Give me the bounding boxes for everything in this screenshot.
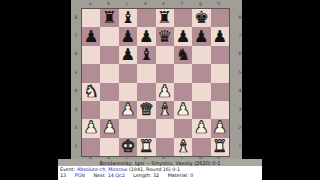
- file-labels-top: abcdefgh: [81, 1, 228, 7]
- piece-black-pawn[interactable]: ♟: [212, 27, 227, 45]
- square-h8[interactable]: [211, 9, 229, 27]
- square-f1[interactable]: ♝: [174, 138, 192, 156]
- square-f7[interactable]: ♟: [174, 27, 192, 45]
- piece-white-bishop[interactable]: ♝: [157, 101, 172, 119]
- piece-black-pawn[interactable]: ♟: [176, 27, 191, 45]
- square-g6[interactable]: [192, 46, 210, 64]
- file-label-c: c: [118, 1, 136, 7]
- piece-white-pawn[interactable]: ♟: [157, 83, 172, 101]
- square-f2[interactable]: [174, 119, 192, 137]
- square-d8[interactable]: [137, 9, 155, 27]
- square-g1[interactable]: [192, 138, 210, 156]
- square-d2[interactable]: [137, 119, 155, 137]
- square-h1[interactable]: ♜: [211, 138, 229, 156]
- file-label-f: f: [173, 1, 191, 7]
- status-row: 13 PGN Next: 14.Qc2 Length: 32 Material:…: [60, 173, 260, 178]
- square-c1[interactable]: ♚: [119, 138, 137, 156]
- square-c4[interactable]: [119, 83, 137, 101]
- game-title-bar: Bondarevsky, Igor -- Smyslov, Vassily (2…: [58, 159, 262, 166]
- square-h6[interactable]: [211, 46, 229, 64]
- rank-labels-right: 87654321: [236, 8, 244, 155]
- square-c6[interactable]: ♟: [119, 46, 137, 64]
- piece-black-rook[interactable]: ♜: [102, 9, 117, 27]
- rank-label-4: 4: [236, 82, 244, 100]
- square-a4[interactable]: ♞: [82, 83, 100, 101]
- file-label-a: a: [81, 1, 99, 7]
- rank-label-3: 3: [72, 100, 80, 118]
- rank-label-6: 6: [236, 45, 244, 63]
- file-label-b: b: [99, 1, 117, 7]
- square-b4[interactable]: [100, 83, 118, 101]
- piece-white-pawn[interactable]: ♟: [102, 119, 117, 137]
- piece-white-rook[interactable]: ♜: [212, 138, 227, 156]
- square-a7[interactable]: ♟: [82, 27, 100, 45]
- piece-black-pawn[interactable]: ♟: [194, 27, 209, 45]
- square-g3[interactable]: [192, 101, 210, 119]
- square-e5[interactable]: [156, 64, 174, 82]
- square-e4[interactable]: ♟: [156, 83, 174, 101]
- square-a8[interactable]: [82, 9, 100, 27]
- rank-label-2: 2: [72, 118, 80, 136]
- piece-white-pawn[interactable]: ♟: [84, 119, 99, 137]
- square-h3[interactable]: [211, 101, 229, 119]
- rank-label-3: 3: [236, 100, 244, 118]
- square-b6[interactable]: [100, 46, 118, 64]
- rank-label-1: 1: [72, 137, 80, 155]
- square-g7[interactable]: ♟: [192, 27, 210, 45]
- game-info-panel: Event: Absolute-ch, Moscow (1941, Round …: [58, 166, 262, 180]
- length-label: Length: 32: [133, 173, 159, 178]
- square-b7[interactable]: [100, 27, 118, 45]
- square-a6[interactable]: [82, 46, 100, 64]
- square-g4[interactable]: [192, 83, 210, 101]
- square-d3[interactable]: ♛: [137, 101, 155, 119]
- rank-label-6: 6: [72, 45, 80, 63]
- square-e3[interactable]: ♝: [156, 101, 174, 119]
- square-e2[interactable]: [156, 119, 174, 137]
- square-b2[interactable]: ♟: [100, 119, 118, 137]
- piece-white-bishop[interactable]: ♝: [176, 138, 191, 156]
- event-link[interactable]: Absolute-ch, Moscow: [77, 167, 128, 172]
- piece-white-pawn[interactable]: ♟: [194, 119, 209, 137]
- piece-black-pawn[interactable]: ♟: [139, 27, 154, 45]
- square-c8[interactable]: ♝: [119, 9, 137, 27]
- square-g5[interactable]: [192, 64, 210, 82]
- rank-label-5: 5: [236, 63, 244, 81]
- square-a1[interactable]: [82, 138, 100, 156]
- square-h4[interactable]: [211, 83, 229, 101]
- square-b8[interactable]: ♜: [100, 9, 118, 27]
- move-number: 13: [60, 173, 66, 178]
- square-d7[interactable]: ♟: [137, 27, 155, 45]
- next-move: 14.Qc2: [108, 173, 125, 178]
- event-row: Event: Absolute-ch, Moscow (1941, Round …: [60, 167, 260, 172]
- piece-black-bishop[interactable]: ♝: [139, 46, 154, 64]
- square-g8[interactable]: ♚: [192, 9, 210, 27]
- square-a5[interactable]: [82, 64, 100, 82]
- square-d4[interactable]: [137, 83, 155, 101]
- square-h5[interactable]: [211, 64, 229, 82]
- square-c7[interactable]: ♟: [119, 27, 137, 45]
- rank-label-4: 4: [72, 82, 80, 100]
- square-e6[interactable]: [156, 46, 174, 64]
- next-label: Next:: [93, 173, 106, 178]
- square-h2[interactable]: ♟: [211, 119, 229, 137]
- square-e8[interactable]: ♜: [156, 9, 174, 27]
- square-c5[interactable]: [119, 64, 137, 82]
- event-label: Event:: [60, 167, 75, 172]
- square-c2[interactable]: [119, 119, 137, 137]
- file-label-g: g: [191, 1, 209, 7]
- piece-white-pawn[interactable]: ♟: [121, 101, 136, 119]
- rank-labels-left: 87654321: [72, 8, 80, 155]
- piece-black-king[interactable]: ♚: [194, 9, 209, 27]
- square-a3[interactable]: [82, 101, 100, 119]
- square-d5[interactable]: [137, 64, 155, 82]
- square-b3[interactable]: [100, 101, 118, 119]
- rank-label-1: 1: [236, 137, 244, 155]
- square-f6[interactable]: ♞: [174, 46, 192, 64]
- piece-black-rook[interactable]: ♜: [157, 9, 172, 27]
- video-frame: abcdefgh abcdefgh 87654321 87654321 ♜♝♜♚…: [0, 0, 320, 180]
- rank-label-5: 5: [72, 63, 80, 81]
- rank-label-7: 7: [72, 26, 80, 44]
- chess-board[interactable]: ♜♝♜♚♟♟♟♛♟♟♟♟♝♞♞♟♟♛♝♟♟♟♟♟♚♜♝♜: [81, 8, 230, 157]
- event-details: (1941, Round 16) 0-1: [129, 167, 180, 172]
- rank-label-8: 8: [236, 8, 244, 26]
- piece-white-knight[interactable]: ♞: [84, 83, 99, 101]
- square-f4[interactable]: [174, 83, 192, 101]
- piece-black-pawn[interactable]: ♟: [121, 46, 136, 64]
- piece-black-pawn[interactable]: ♟: [84, 27, 99, 45]
- square-b1[interactable]: [100, 138, 118, 156]
- square-d6[interactable]: ♝: [137, 46, 155, 64]
- piece-white-pawn[interactable]: ♟: [212, 119, 227, 137]
- piece-black-knight[interactable]: ♞: [176, 46, 191, 64]
- square-d1[interactable]: ♜: [137, 138, 155, 156]
- piece-white-queen[interactable]: ♛: [139, 101, 154, 119]
- pgn-link[interactable]: PGN: [75, 173, 85, 178]
- file-label-d: d: [136, 1, 154, 7]
- square-a2[interactable]: ♟: [82, 119, 100, 137]
- square-f5[interactable]: [174, 64, 192, 82]
- rank-label-8: 8: [72, 8, 80, 26]
- square-e7[interactable]: ♛: [156, 27, 174, 45]
- square-f3[interactable]: ♟: [174, 101, 192, 119]
- piece-white-rook[interactable]: ♜: [139, 138, 154, 156]
- rank-label-2: 2: [236, 118, 244, 136]
- file-label-h: h: [210, 1, 228, 7]
- piece-black-pawn[interactable]: ♟: [121, 27, 136, 45]
- square-e1[interactable]: [156, 138, 174, 156]
- rank-label-7: 7: [236, 26, 244, 44]
- piece-black-queen[interactable]: ♛: [157, 27, 172, 45]
- piece-black-bishop[interactable]: ♝: [121, 9, 136, 27]
- piece-white-pawn[interactable]: ♟: [176, 101, 191, 119]
- square-c3[interactable]: ♟: [119, 101, 137, 119]
- file-label-e: e: [155, 1, 173, 7]
- material-label: Material: 0: [168, 173, 194, 178]
- piece-white-king[interactable]: ♚: [121, 138, 136, 156]
- square-g2[interactable]: ♟: [192, 119, 210, 137]
- square-f8[interactable]: [174, 9, 192, 27]
- square-h7[interactable]: ♟: [211, 27, 229, 45]
- players-result-text: Bondarevsky, Igor -- Smyslov, Vassily (2…: [99, 160, 220, 166]
- square-b5[interactable]: [100, 64, 118, 82]
